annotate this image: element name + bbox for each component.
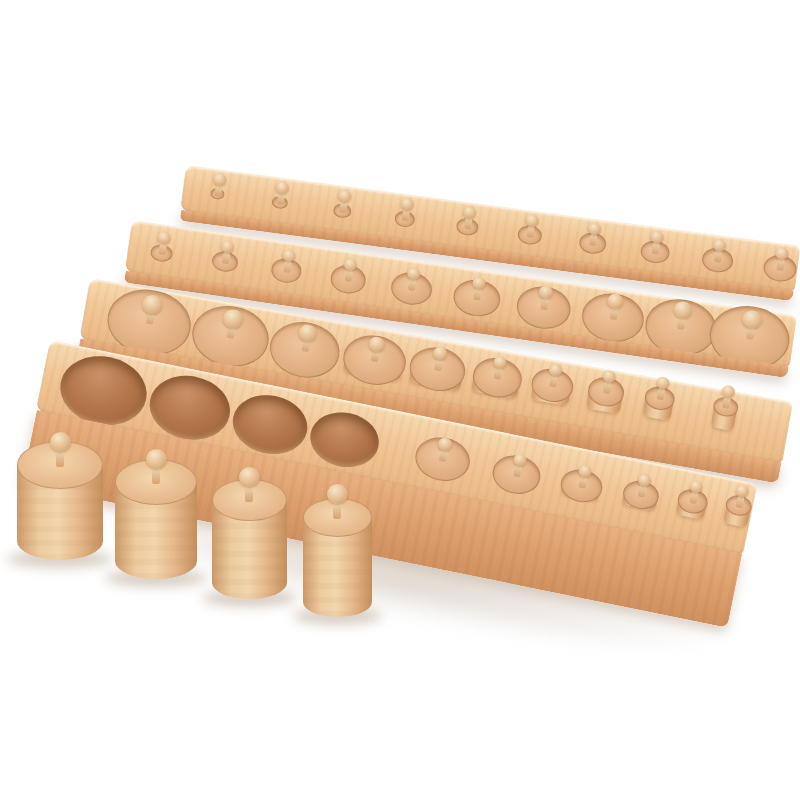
block-3-cylinder-5[interactable] <box>404 335 470 406</box>
loose-cylinder-4[interactable] <box>303 498 372 617</box>
block-2-cylinder-1[interactable] <box>147 223 176 278</box>
block-1-cylinder-8[interactable] <box>638 225 673 274</box>
block-1-cylinder-2[interactable] <box>269 177 291 225</box>
block-1-cylinder-9[interactable] <box>699 233 736 283</box>
block-1-cylinder-6[interactable] <box>515 209 545 258</box>
block-3-cylinder-9[interactable] <box>638 376 678 442</box>
loose-cylinder-3[interactable] <box>212 479 287 599</box>
block-3-cylinder-7[interactable] <box>525 357 577 425</box>
block-1-cylinder-4[interactable] <box>392 193 418 241</box>
knob-stem <box>56 450 64 467</box>
knob <box>400 197 414 211</box>
product-photo-scene <box>0 0 800 800</box>
cylinder-block-1 <box>186 165 800 246</box>
knob <box>157 231 172 245</box>
knob <box>239 467 260 487</box>
knob-stem <box>333 502 341 519</box>
block-3-cylinder-10[interactable] <box>705 388 740 453</box>
block-4-cylinder-7[interactable] <box>554 445 610 524</box>
block-4-cylinder-6[interactable] <box>486 432 547 512</box>
block-2-cylinder-6[interactable] <box>450 267 504 325</box>
loose-cylinder-1[interactable] <box>17 441 103 560</box>
block-2-cylinder-2[interactable] <box>209 232 242 287</box>
block-1-cylinder-5[interactable] <box>454 201 482 249</box>
socket-hole <box>305 406 383 472</box>
knob <box>50 432 71 452</box>
knob <box>327 484 348 504</box>
block-3-cylinder-8[interactable] <box>581 367 627 434</box>
block-4-cylinder-9[interactable] <box>670 469 714 546</box>
block-1-cylinder-3[interactable] <box>331 185 355 233</box>
block-2-cylinder-3[interactable] <box>268 241 305 297</box>
loose-cylinder-2[interactable] <box>115 459 197 579</box>
block-1-cylinder-7[interactable] <box>576 217 609 266</box>
block-4-cylinder-5[interactable] <box>409 416 477 498</box>
knob <box>337 189 351 203</box>
block-1-cylinder-10[interactable] <box>760 241 799 291</box>
block-3-cylinder-6[interactable] <box>467 346 526 416</box>
knob-stem <box>152 467 160 484</box>
block-4-cylinder-8[interactable] <box>616 458 666 536</box>
block-1-cylinder-1[interactable] <box>208 169 228 216</box>
block-4-cylinder-10[interactable] <box>717 479 757 555</box>
block-2-cylinder-4[interactable] <box>327 249 369 305</box>
knob <box>275 181 289 195</box>
knob <box>212 172 226 186</box>
knob <box>146 449 167 469</box>
block-2-cylinder-7[interactable] <box>514 276 575 335</box>
knob <box>462 205 476 219</box>
knob-stem <box>245 485 253 502</box>
block-2-cylinder-5[interactable] <box>387 258 435 315</box>
socket-hole <box>227 388 312 460</box>
